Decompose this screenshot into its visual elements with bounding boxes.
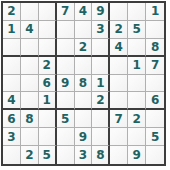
cell-r9c6-given: 8 (92, 146, 110, 164)
cell-r5c1-empty[interactable] (3, 75, 21, 93)
cell-r7c1-given: 6 (3, 110, 21, 128)
cell-r1c6-given: 9 (92, 3, 110, 21)
cell-r4c8-given: 1 (128, 57, 146, 75)
cell-r4c6-empty[interactable] (92, 57, 110, 75)
cell-r1c5-given: 4 (75, 3, 93, 21)
cell-r2c5-empty[interactable] (75, 21, 93, 39)
cell-r8c6-empty[interactable] (92, 128, 110, 146)
cell-r5c5-given: 8 (75, 75, 93, 93)
cell-r4c4-empty[interactable] (57, 57, 75, 75)
cell-r8c8-empty[interactable] (128, 128, 146, 146)
cell-r9c9-empty[interactable] (146, 146, 164, 164)
cell-r6c5-empty[interactable] (75, 92, 93, 110)
cell-r2c8-given: 5 (128, 21, 146, 39)
cell-r5c8-empty[interactable] (128, 75, 146, 93)
cell-r2c7-given: 2 (110, 21, 128, 39)
cell-r4c1-empty[interactable] (3, 57, 21, 75)
cell-r6c1-given: 4 (3, 92, 21, 110)
cell-r2c1-given: 1 (3, 21, 21, 39)
cell-r7c4-given: 5 (57, 110, 75, 128)
cell-r3c6-empty[interactable] (92, 39, 110, 57)
cell-r2c2-given: 4 (21, 21, 39, 39)
cell-r9c3-given: 5 (39, 146, 57, 164)
cell-r7c7-given: 7 (110, 110, 128, 128)
cell-r6c3-given: 1 (39, 92, 57, 110)
cell-r3c4-empty[interactable] (57, 39, 75, 57)
cell-r6c8-empty[interactable] (128, 92, 146, 110)
cell-r9c7-empty[interactable] (110, 146, 128, 164)
cell-r7c9-empty[interactable] (146, 110, 164, 128)
cell-r7c6-empty[interactable] (92, 110, 110, 128)
cell-r7c3-empty[interactable] (39, 110, 57, 128)
cell-r4c5-empty[interactable] (75, 57, 93, 75)
cell-r9c5-given: 3 (75, 146, 93, 164)
cell-r7c5-empty[interactable] (75, 110, 93, 128)
cell-r2c3-empty[interactable] (39, 21, 57, 39)
cell-r9c4-empty[interactable] (57, 146, 75, 164)
cell-r8c1-given: 3 (3, 128, 21, 146)
cell-r1c8-empty[interactable] (128, 3, 146, 21)
cell-r7c2-given: 8 (21, 110, 39, 128)
cell-r9c1-empty[interactable] (3, 146, 21, 164)
cell-r1c2-empty[interactable] (21, 3, 39, 21)
cell-r2c6-given: 3 (92, 21, 110, 39)
cell-r3c5-given: 2 (75, 39, 93, 57)
cell-r3c8-empty[interactable] (128, 39, 146, 57)
cell-r8c2-empty[interactable] (21, 128, 39, 146)
cell-r4c2-empty[interactable] (21, 57, 39, 75)
sudoku-page: 2749114325248217698141266857239525389 (0, 0, 170, 170)
cell-r6c2-empty[interactable] (21, 92, 39, 110)
cell-r4c3-given: 2 (39, 57, 57, 75)
cell-r8c3-empty[interactable] (39, 128, 57, 146)
cell-r8c5-given: 9 (75, 128, 93, 146)
cell-r5c7-empty[interactable] (110, 75, 128, 93)
cell-r5c9-empty[interactable] (146, 75, 164, 93)
cell-r5c2-empty[interactable] (21, 75, 39, 93)
cell-r8c9-given: 5 (146, 128, 164, 146)
cell-r5c6-given: 1 (92, 75, 110, 93)
cell-r3c9-given: 8 (146, 39, 164, 57)
cell-r1c4-given: 7 (57, 3, 75, 21)
cell-r2c9-empty[interactable] (146, 21, 164, 39)
cell-r9c8-given: 9 (128, 146, 146, 164)
cell-r7c8-given: 2 (128, 110, 146, 128)
cell-r8c4-empty[interactable] (57, 128, 75, 146)
cell-r6c7-empty[interactable] (110, 92, 128, 110)
cell-r1c9-given: 1 (146, 3, 164, 21)
cell-r6c6-given: 2 (92, 92, 110, 110)
cell-r3c2-empty[interactable] (21, 39, 39, 57)
cell-r6c9-given: 6 (146, 92, 164, 110)
cell-r5c4-given: 9 (57, 75, 75, 93)
cell-r1c3-empty[interactable] (39, 3, 57, 21)
cell-r4c7-empty[interactable] (110, 57, 128, 75)
cell-r6c4-empty[interactable] (57, 92, 75, 110)
sudoku-board: 2749114325248217698141266857239525389 (1, 1, 166, 166)
cell-r8c7-empty[interactable] (110, 128, 128, 146)
cell-r4c9-given: 7 (146, 57, 164, 75)
cell-r1c7-empty[interactable] (110, 3, 128, 21)
cell-r9c2-given: 2 (21, 146, 39, 164)
cell-r3c7-given: 4 (110, 39, 128, 57)
cell-r3c3-empty[interactable] (39, 39, 57, 57)
cell-r5c3-given: 6 (39, 75, 57, 93)
cell-r3c1-empty[interactable] (3, 39, 21, 57)
cell-r2c4-empty[interactable] (57, 21, 75, 39)
cell-r1c1-given: 2 (3, 3, 21, 21)
